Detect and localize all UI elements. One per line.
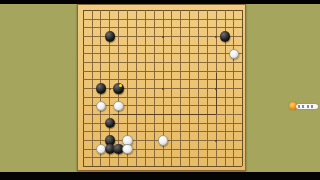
illegible-text-marks (298, 105, 316, 108)
grid-vline (207, 10, 208, 166)
grid-hline (83, 97, 243, 98)
zone-line-v (216, 73, 217, 114)
bottom-letterbox-bar (0, 172, 320, 180)
white-stone-K4 (158, 135, 168, 145)
go-board[interactable] (77, 4, 246, 171)
grid-hline (83, 131, 243, 132)
black-stone-D6 (105, 118, 115, 128)
white-stone-F3 (122, 144, 132, 154)
white-stone-S14 (229, 49, 239, 59)
grid-hline (83, 157, 243, 158)
black-stone-C10 (96, 83, 106, 93)
last-move-marker (119, 84, 122, 87)
grid-vline (180, 10, 181, 166)
star-point (162, 36, 164, 38)
grid-vline (198, 10, 199, 166)
black-stone-R16 (220, 31, 230, 41)
white-stone-C8 (96, 101, 106, 111)
grid-hline (83, 166, 243, 167)
black-stone-E10 (113, 83, 123, 93)
black-stone-D16 (105, 31, 115, 41)
star-point (215, 140, 217, 142)
star-point (215, 36, 217, 38)
widget-label-strip (296, 104, 318, 110)
top-letterbox-bar (0, 0, 320, 4)
grid-hline (83, 105, 243, 106)
floating-widget[interactable] (289, 102, 318, 111)
grid-vline (189, 10, 190, 166)
grid-vline (171, 10, 172, 166)
star-point (109, 88, 111, 90)
star-point (162, 88, 164, 90)
screen (0, 0, 320, 180)
zone-line-h (113, 114, 216, 115)
grid-vline (233, 10, 234, 166)
grid-vline (242, 10, 243, 166)
white-stone-E8 (113, 101, 123, 111)
